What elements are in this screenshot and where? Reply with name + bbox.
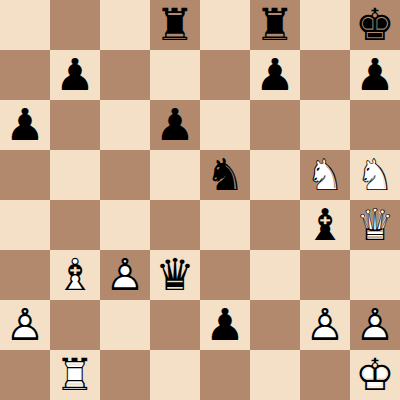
square-e5[interactable]: ♞ [200, 150, 250, 200]
black-pawn-piece[interactable]: ♟ [50, 50, 100, 100]
piece-glyph-outline: ♙ [0, 300, 50, 350]
square-g7[interactable] [300, 50, 350, 100]
square-h3[interactable] [350, 250, 400, 300]
square-f8[interactable]: ♜ [250, 0, 300, 50]
piece-glyph-outline: ♗ [50, 250, 100, 300]
piece-glyph: ♟ [50, 50, 100, 100]
black-knight-piece[interactable]: ♞ [200, 150, 250, 200]
piece-glyph-outline: ♖ [50, 350, 100, 400]
square-h5[interactable]: ♞♘ [350, 150, 400, 200]
square-e4[interactable] [200, 200, 250, 250]
square-d6[interactable]: ♟ [150, 100, 200, 150]
square-g2[interactable]: ♟♙ [300, 300, 350, 350]
square-f7[interactable]: ♟ [250, 50, 300, 100]
black-king-piece[interactable]: ♚ [350, 0, 400, 50]
black-rook-piece[interactable]: ♜ [250, 0, 300, 50]
piece-glyph: ♝ [300, 200, 350, 250]
square-h7[interactable]: ♟ [350, 50, 400, 100]
square-f3[interactable] [250, 250, 300, 300]
black-pawn-piece[interactable]: ♟ [350, 50, 400, 100]
square-h8[interactable]: ♚ [350, 0, 400, 50]
black-pawn-piece[interactable]: ♟ [0, 100, 50, 150]
piece-glyph: ♞ [200, 150, 250, 200]
white-king-piece[interactable]: ♚♔ [350, 350, 400, 400]
piece-glyph: ♜ [250, 0, 300, 50]
square-b8[interactable] [50, 0, 100, 50]
square-f5[interactable] [250, 150, 300, 200]
square-b1[interactable]: ♜♖ [50, 350, 100, 400]
piece-glyph-outline: ♕ [350, 200, 400, 250]
square-d3[interactable]: ♛ [150, 250, 200, 300]
square-h1[interactable]: ♚♔ [350, 350, 400, 400]
square-c7[interactable] [100, 50, 150, 100]
square-g5[interactable]: ♞♘ [300, 150, 350, 200]
piece-glyph-outline: ♔ [350, 350, 400, 400]
white-pawn-piece[interactable]: ♟♙ [350, 300, 400, 350]
chess-board: ♜♜♚♟♟♟♟♟♞♞♘♞♘♝♛♕♝♗♟♙♛♟♙♟♟♙♟♙♜♖♚♔ [0, 0, 400, 400]
square-e3[interactable] [200, 250, 250, 300]
square-g1[interactable] [300, 350, 350, 400]
square-a3[interactable] [0, 250, 50, 300]
square-a8[interactable] [0, 0, 50, 50]
square-h6[interactable] [350, 100, 400, 150]
piece-glyph: ♟ [200, 300, 250, 350]
square-c5[interactable] [100, 150, 150, 200]
square-b3[interactable]: ♝♗ [50, 250, 100, 300]
square-d7[interactable] [150, 50, 200, 100]
white-pawn-piece[interactable]: ♟♙ [0, 300, 50, 350]
black-pawn-piece[interactable]: ♟ [150, 100, 200, 150]
square-e2[interactable]: ♟ [200, 300, 250, 350]
square-b5[interactable] [50, 150, 100, 200]
square-b6[interactable] [50, 100, 100, 150]
square-b7[interactable]: ♟ [50, 50, 100, 100]
black-bishop-piece[interactable]: ♝ [300, 200, 350, 250]
square-d5[interactable] [150, 150, 200, 200]
square-c8[interactable] [100, 0, 150, 50]
black-rook-piece[interactable]: ♜ [150, 0, 200, 50]
square-f6[interactable] [250, 100, 300, 150]
square-b4[interactable] [50, 200, 100, 250]
square-e7[interactable] [200, 50, 250, 100]
black-pawn-piece[interactable]: ♟ [250, 50, 300, 100]
square-a6[interactable]: ♟ [0, 100, 50, 150]
piece-glyph: ♚ [350, 0, 400, 50]
square-c6[interactable] [100, 100, 150, 150]
square-a5[interactable] [0, 150, 50, 200]
piece-glyph-outline: ♘ [300, 150, 350, 200]
square-e1[interactable] [200, 350, 250, 400]
square-h2[interactable]: ♟♙ [350, 300, 400, 350]
white-rook-piece[interactable]: ♜♖ [50, 350, 100, 400]
black-queen-piece[interactable]: ♛ [150, 250, 200, 300]
piece-glyph-outline: ♙ [100, 250, 150, 300]
piece-glyph: ♟ [350, 50, 400, 100]
white-bishop-piece[interactable]: ♝♗ [50, 250, 100, 300]
white-pawn-piece[interactable]: ♟♙ [100, 250, 150, 300]
square-a2[interactable]: ♟♙ [0, 300, 50, 350]
square-f2[interactable] [250, 300, 300, 350]
piece-glyph: ♟ [150, 100, 200, 150]
square-g8[interactable] [300, 0, 350, 50]
square-c1[interactable] [100, 350, 150, 400]
piece-glyph-outline: ♙ [350, 300, 400, 350]
square-f1[interactable] [250, 350, 300, 400]
white-pawn-piece[interactable]: ♟♙ [300, 300, 350, 350]
square-c3[interactable]: ♟♙ [100, 250, 150, 300]
square-d4[interactable] [150, 200, 200, 250]
piece-glyph-outline: ♙ [300, 300, 350, 350]
piece-glyph: ♟ [0, 100, 50, 150]
square-c2[interactable] [100, 300, 150, 350]
square-a4[interactable] [0, 200, 50, 250]
square-d2[interactable] [150, 300, 200, 350]
square-b2[interactable] [50, 300, 100, 350]
square-d8[interactable]: ♜ [150, 0, 200, 50]
white-queen-piece[interactable]: ♛♕ [350, 200, 400, 250]
square-f4[interactable] [250, 200, 300, 250]
square-g3[interactable] [300, 250, 350, 300]
square-g6[interactable] [300, 100, 350, 150]
square-h4[interactable]: ♛♕ [350, 200, 400, 250]
white-knight-piece[interactable]: ♞♘ [300, 150, 350, 200]
black-pawn-piece[interactable]: ♟ [200, 300, 250, 350]
square-d1[interactable] [150, 350, 200, 400]
square-e6[interactable] [200, 100, 250, 150]
square-a1[interactable] [0, 350, 50, 400]
square-c4[interactable] [100, 200, 150, 250]
piece-glyph: ♛ [150, 250, 200, 300]
white-knight-piece[interactable]: ♞♘ [350, 150, 400, 200]
piece-glyph: ♟ [250, 50, 300, 100]
piece-glyph-outline: ♘ [350, 150, 400, 200]
square-a7[interactable] [0, 50, 50, 100]
square-g4[interactable]: ♝ [300, 200, 350, 250]
square-e8[interactable] [200, 0, 250, 50]
piece-glyph: ♜ [150, 0, 200, 50]
